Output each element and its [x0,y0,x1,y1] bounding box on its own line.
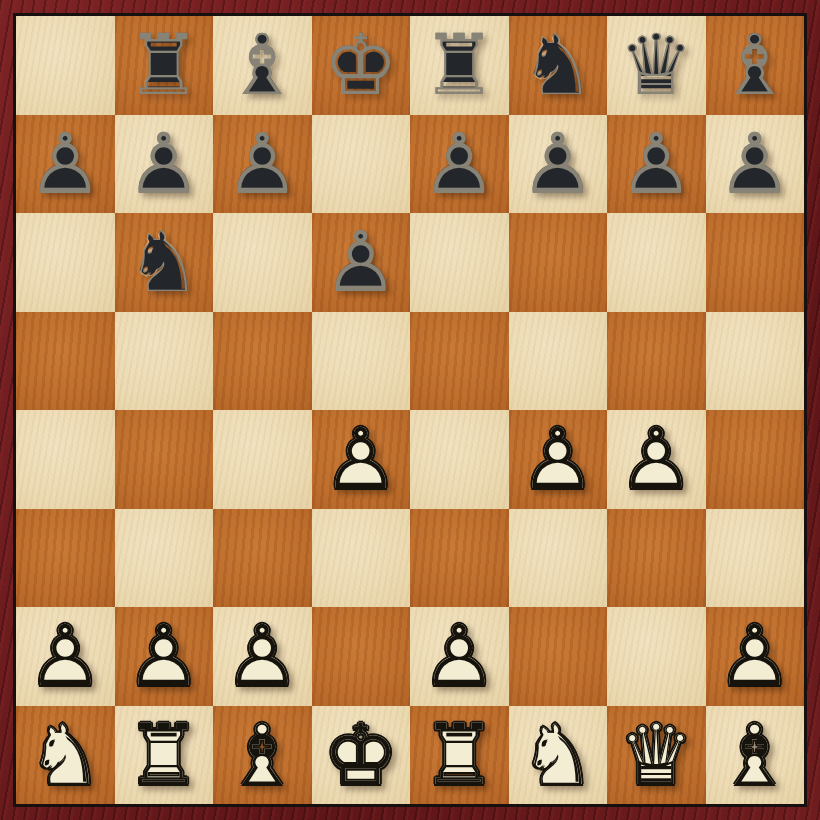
square-e3[interactable] [410,509,509,608]
black-pawn[interactable]: ♟♙ [509,115,608,214]
piece-detail-lines: ♙ [312,213,411,312]
square-a1[interactable]: ♞♘ [16,706,115,805]
piece-detail-lines: ♗ [213,706,312,805]
white-pawn[interactable]: ♟♙ [312,410,411,509]
piece-detail-lines: ♙ [607,115,706,214]
white-pawn[interactable]: ♟♙ [410,607,509,706]
square-d2[interactable] [312,607,411,706]
black-bishop[interactable]: ♝♗ [706,16,805,115]
square-f2[interactable] [509,607,608,706]
piece-detail-lines: ♔ [312,706,411,805]
square-c5[interactable] [213,312,312,411]
piece-detail-lines: ♘ [115,213,214,312]
square-h4[interactable] [706,410,805,509]
white-pawn[interactable]: ♟♙ [706,607,805,706]
black-knight[interactable]: ♞♘ [509,16,608,115]
white-queen[interactable]: ♛♕ [607,706,706,805]
piece-detail-lines: ♘ [509,706,608,805]
piece-detail-lines: ♙ [16,115,115,214]
square-e7[interactable]: ♟♙ [410,115,509,214]
square-a4[interactable] [16,410,115,509]
piece-detail-lines: ♙ [213,115,312,214]
square-h7[interactable]: ♟♙ [706,115,805,214]
piece-detail-lines: ♖ [115,706,214,805]
piece-detail-lines: ♙ [16,607,115,706]
square-b2[interactable]: ♟♙ [115,607,214,706]
square-h1[interactable]: ♝♗ [706,706,805,805]
square-a5[interactable] [16,312,115,411]
square-f8[interactable]: ♞♘ [509,16,608,115]
square-f1[interactable]: ♞♘ [509,706,608,805]
square-c8[interactable]: ♝♗ [213,16,312,115]
square-d4[interactable]: ♟♙ [312,410,411,509]
black-knight[interactable]: ♞♘ [115,213,214,312]
black-pawn[interactable]: ♟♙ [410,115,509,214]
square-a3[interactable] [16,509,115,608]
piece-detail-lines: ♔ [312,16,411,115]
piece-detail-lines: ♗ [706,16,805,115]
black-rook[interactable]: ♜♖ [115,16,214,115]
square-c2[interactable]: ♟♙ [213,607,312,706]
square-b5[interactable] [115,312,214,411]
square-f7[interactable]: ♟♙ [509,115,608,214]
white-king[interactable]: ♚♔ [312,706,411,805]
square-g6[interactable] [607,213,706,312]
square-b8[interactable]: ♜♖ [115,16,214,115]
black-rook[interactable]: ♜♖ [410,16,509,115]
piece-detail-lines: ♙ [115,115,214,214]
square-g1[interactable]: ♛♕ [607,706,706,805]
black-queen[interactable]: ♛♕ [607,16,706,115]
piece-detail-lines: ♗ [706,706,805,805]
piece-detail-lines: ♙ [213,607,312,706]
white-pawn[interactable]: ♟♙ [509,410,608,509]
square-h6[interactable] [706,213,805,312]
square-b3[interactable] [115,509,214,608]
black-bishop[interactable]: ♝♗ [213,16,312,115]
square-b7[interactable]: ♟♙ [115,115,214,214]
white-rook[interactable]: ♜♖ [115,706,214,805]
square-g2[interactable] [607,607,706,706]
piece-detail-lines: ♖ [115,16,214,115]
board-frame-line: ♜♖♝♗♚♔♜♖♞♘♛♕♝♗♟♙♟♙♟♙♟♙♟♙♟♙♟♙♞♘♟♙♟♙♟♙♟♙♟♙… [13,13,807,807]
black-pawn[interactable]: ♟♙ [607,115,706,214]
square-b4[interactable] [115,410,214,509]
white-pawn[interactable]: ♟♙ [115,607,214,706]
white-pawn[interactable]: ♟♙ [16,607,115,706]
square-c6[interactable] [213,213,312,312]
square-e8[interactable]: ♜♖ [410,16,509,115]
square-c1[interactable]: ♝♗ [213,706,312,805]
piece-detail-lines: ♙ [115,607,214,706]
piece-detail-lines: ♘ [509,16,608,115]
square-g8[interactable]: ♛♕ [607,16,706,115]
square-e6[interactable] [410,213,509,312]
black-pawn[interactable]: ♟♙ [706,115,805,214]
square-g4[interactable]: ♟♙ [607,410,706,509]
piece-detail-lines: ♖ [410,706,509,805]
white-knight[interactable]: ♞♘ [509,706,608,805]
square-d1[interactable]: ♚♔ [312,706,411,805]
square-a6[interactable] [16,213,115,312]
piece-detail-lines: ♙ [509,115,608,214]
board-frame: ♜♖♝♗♚♔♜♖♞♘♛♕♝♗♟♙♟♙♟♙♟♙♟♙♟♙♟♙♞♘♟♙♟♙♟♙♟♙♟♙… [0,0,820,820]
square-b6[interactable]: ♞♘ [115,213,214,312]
piece-detail-lines: ♗ [213,16,312,115]
piece-detail-lines: ♕ [607,16,706,115]
square-h3[interactable] [706,509,805,608]
square-g7[interactable]: ♟♙ [607,115,706,214]
piece-detail-lines: ♙ [706,115,805,214]
square-f5[interactable] [509,312,608,411]
square-a7[interactable]: ♟♙ [16,115,115,214]
square-d7[interactable] [312,115,411,214]
black-king[interactable]: ♚♔ [312,16,411,115]
square-b1[interactable]: ♜♖ [115,706,214,805]
square-d3[interactable] [312,509,411,608]
square-e2[interactable]: ♟♙ [410,607,509,706]
board: ♜♖♝♗♚♔♜♖♞♘♛♕♝♗♟♙♟♙♟♙♟♙♟♙♟♙♟♙♞♘♟♙♟♙♟♙♟♙♟♙… [16,16,804,804]
square-f3[interactable] [509,509,608,608]
square-h2[interactable]: ♟♙ [706,607,805,706]
piece-detail-lines: ♙ [312,410,411,509]
piece-detail-lines: ♙ [607,410,706,509]
black-pawn[interactable]: ♟♙ [213,115,312,214]
square-g5[interactable] [607,312,706,411]
square-d8[interactable]: ♚♔ [312,16,411,115]
square-c4[interactable] [213,410,312,509]
square-h5[interactable] [706,312,805,411]
white-rook[interactable]: ♜♖ [410,706,509,805]
black-pawn[interactable]: ♟♙ [312,213,411,312]
piece-detail-lines: ♙ [410,115,509,214]
square-f6[interactable] [509,213,608,312]
piece-detail-lines: ♕ [607,706,706,805]
white-pawn[interactable]: ♟♙ [213,607,312,706]
square-g3[interactable] [607,509,706,608]
square-f4[interactable]: ♟♙ [509,410,608,509]
white-bishop[interactable]: ♝♗ [213,706,312,805]
square-a8[interactable] [16,16,115,115]
square-e5[interactable] [410,312,509,411]
square-e4[interactable] [410,410,509,509]
white-knight[interactable]: ♞♘ [16,706,115,805]
square-d5[interactable] [312,312,411,411]
white-pawn[interactable]: ♟♙ [607,410,706,509]
square-d6[interactable]: ♟♙ [312,213,411,312]
piece-detail-lines: ♙ [410,607,509,706]
piece-detail-lines: ♖ [410,16,509,115]
square-e1[interactable]: ♜♖ [410,706,509,805]
square-c7[interactable]: ♟♙ [213,115,312,214]
piece-detail-lines: ♘ [16,706,115,805]
white-bishop[interactable]: ♝♗ [706,706,805,805]
piece-detail-lines: ♙ [706,607,805,706]
square-c3[interactable] [213,509,312,608]
black-pawn[interactable]: ♟♙ [115,115,214,214]
piece-detail-lines: ♙ [509,410,608,509]
square-a2[interactable]: ♟♙ [16,607,115,706]
square-h8[interactable]: ♝♗ [706,16,805,115]
black-pawn[interactable]: ♟♙ [16,115,115,214]
